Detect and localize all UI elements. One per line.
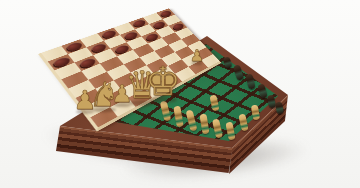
product-photo-scene: ♟♞♟♛♚♟ — [0, 0, 360, 188]
